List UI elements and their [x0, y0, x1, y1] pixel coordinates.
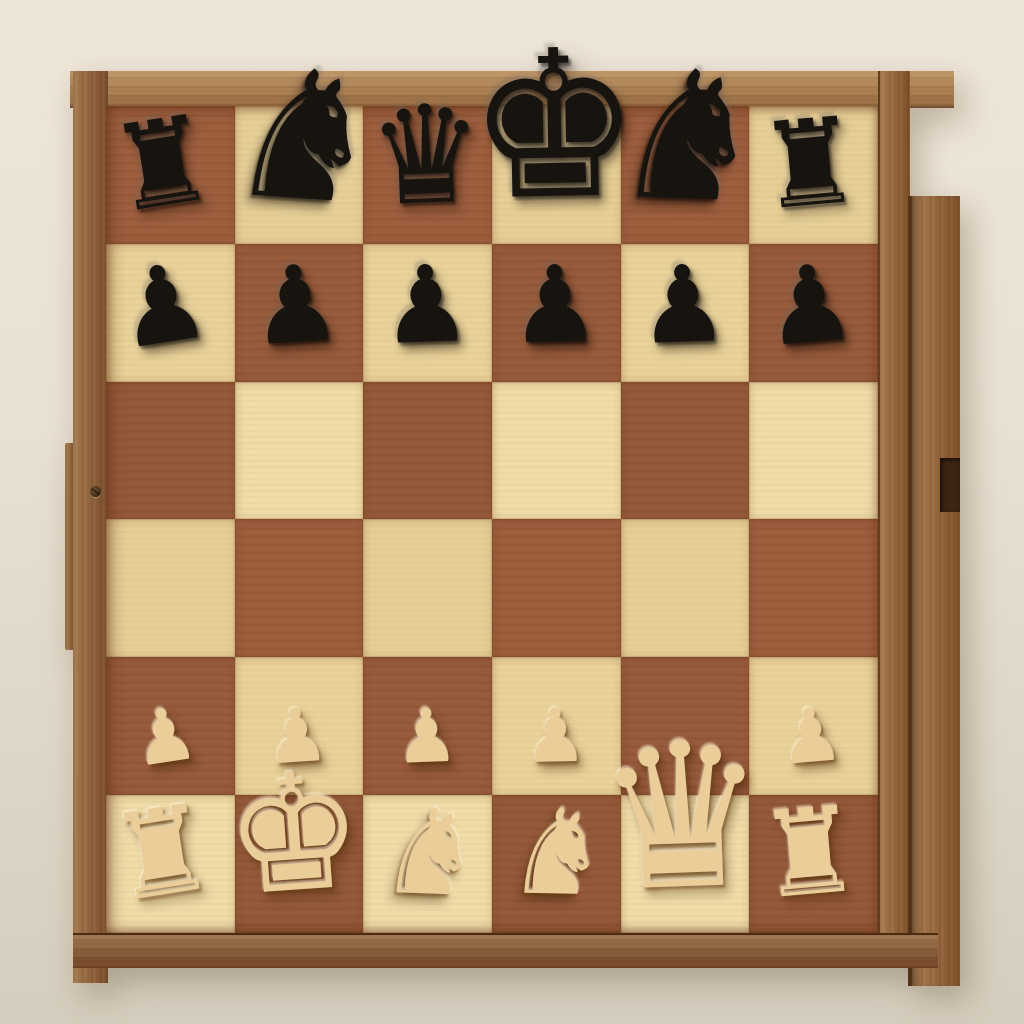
square-c5[interactable]: ♟	[363, 244, 492, 382]
square-c1[interactable]: ♞	[363, 795, 492, 933]
piece-black-pawn[interactable]: ♟	[248, 255, 344, 354]
frame-right-rail	[878, 71, 910, 935]
square-b3[interactable]	[235, 519, 364, 657]
square-e4[interactable]	[621, 382, 750, 520]
square-b5[interactable]: ♟	[235, 244, 364, 382]
square-f1[interactable]: ♜	[749, 795, 878, 933]
piece-black-rook[interactable]: ♜	[755, 107, 864, 220]
piece-black-pawn[interactable]: ♟	[380, 257, 473, 353]
frame-left-stile	[73, 71, 108, 983]
piece-black-pawn[interactable]: ♟	[510, 258, 601, 353]
square-c3[interactable]	[363, 519, 492, 657]
piece-white-king[interactable]: ♚	[221, 759, 367, 910]
square-d5[interactable]: ♟	[492, 244, 621, 382]
square-c4[interactable]	[363, 382, 492, 520]
square-e3[interactable]	[621, 519, 750, 657]
square-f3[interactable]	[749, 519, 878, 657]
piece-white-queen[interactable]: ♛	[594, 725, 770, 908]
frame-screw	[90, 486, 101, 497]
frame-batten-notch	[940, 458, 960, 512]
piece-black-knight[interactable]: ♞	[224, 54, 385, 221]
square-d4[interactable]	[492, 382, 621, 520]
square-f4[interactable]	[749, 382, 878, 520]
square-a1[interactable]: ♜	[106, 795, 235, 933]
piece-black-knight[interactable]: ♞	[610, 57, 766, 219]
square-e1[interactable]: ♛	[621, 795, 750, 933]
piece-white-rook[interactable]: ♜	[104, 794, 220, 913]
square-d6[interactable]: ♚	[492, 106, 621, 244]
square-b1[interactable]: ♚	[235, 795, 364, 933]
wall-mounted-chess-board: ♜♞♛♚♞♜♟♟♟♟♟♟♟♟♟♟♟♜♚♞♞♛♜	[0, 0, 1024, 1024]
square-f5[interactable]: ♟	[749, 244, 878, 382]
chess-board: ♜♞♛♚♞♜♟♟♟♟♟♟♟♟♟♟♟♜♚♞♞♛♜	[106, 106, 878, 933]
piece-black-pawn[interactable]: ♟	[111, 253, 214, 359]
square-a2[interactable]: ♟	[106, 657, 235, 795]
piece-white-pawn[interactable]: ♟	[129, 700, 201, 774]
square-a5[interactable]: ♟	[106, 244, 235, 382]
square-a6[interactable]: ♜	[106, 106, 235, 244]
piece-white-knight[interactable]: ♞	[377, 799, 481, 907]
square-e5[interactable]: ♟	[621, 244, 750, 382]
square-e6[interactable]: ♞	[621, 106, 750, 244]
square-b4[interactable]	[235, 382, 364, 520]
piece-black-pawn[interactable]: ♟	[637, 257, 730, 353]
square-b6[interactable]: ♞	[235, 106, 364, 244]
square-f6[interactable]: ♜	[749, 106, 878, 244]
piece-white-pawn[interactable]: ♟	[524, 703, 588, 769]
square-f2[interactable]: ♟	[749, 657, 878, 795]
square-a3[interactable]	[106, 519, 235, 657]
piece-white-rook[interactable]: ♜	[755, 797, 864, 910]
piece-white-knight[interactable]: ♞	[506, 800, 608, 906]
square-a4[interactable]	[106, 382, 235, 520]
piece-black-rook[interactable]: ♜	[104, 105, 220, 224]
square-c2[interactable]: ♟	[363, 657, 492, 795]
piece-white-pawn[interactable]: ♟	[777, 701, 845, 772]
frame-bottom-rail	[73, 933, 938, 968]
piece-black-pawn[interactable]: ♟	[761, 255, 858, 356]
frame-right-batten	[908, 196, 960, 986]
piece-white-pawn[interactable]: ♟	[394, 703, 459, 770]
square-d3[interactable]	[492, 519, 621, 657]
